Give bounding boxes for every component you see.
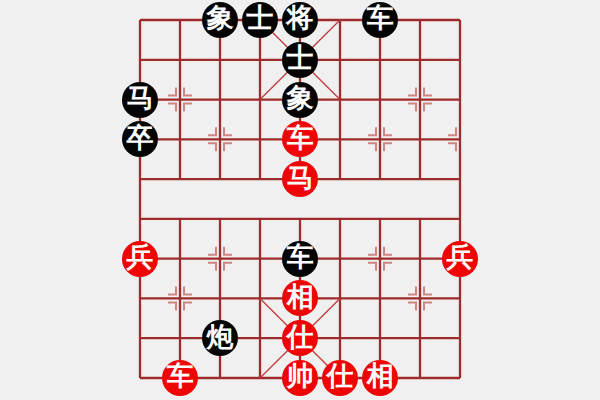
xiangqi-board: 象士将车士马象卒车马兵车兵相炮仕车帅仕相 xyxy=(120,0,480,398)
piece-black-elephant[interactable]: 象 xyxy=(202,2,238,38)
piece-red-general[interactable]: 帅 xyxy=(282,360,318,396)
piece-black-chariot[interactable]: 车 xyxy=(282,241,318,277)
piece-red-horse[interactable]: 马 xyxy=(282,161,318,197)
piece-red-elephant[interactable]: 相 xyxy=(362,360,398,396)
piece-red-advisor[interactable]: 仕 xyxy=(322,360,358,396)
piece-black-elephant[interactable]: 象 xyxy=(282,82,318,118)
piece-black-cannon[interactable]: 炮 xyxy=(202,320,238,356)
piece-red-advisor[interactable]: 仕 xyxy=(282,320,318,356)
piece-red-soldier[interactable]: 兵 xyxy=(442,241,478,277)
piece-red-chariot[interactable]: 车 xyxy=(162,360,198,396)
piece-black-advisor[interactable]: 士 xyxy=(242,2,278,38)
piece-black-horse[interactable]: 马 xyxy=(122,82,158,118)
piece-black-general[interactable]: 将 xyxy=(282,2,318,38)
piece-red-chariot[interactable]: 车 xyxy=(282,121,318,157)
xiangqi-screenshot: 象士将车士马象卒车马兵车兵相炮仕车帅仕相 xyxy=(0,0,600,400)
piece-black-soldier[interactable]: 卒 xyxy=(122,121,158,157)
piece-black-advisor[interactable]: 士 xyxy=(282,42,318,78)
piece-red-elephant[interactable]: 相 xyxy=(282,280,318,316)
piece-black-chariot[interactable]: 车 xyxy=(362,2,398,38)
piece-red-soldier[interactable]: 兵 xyxy=(122,241,158,277)
